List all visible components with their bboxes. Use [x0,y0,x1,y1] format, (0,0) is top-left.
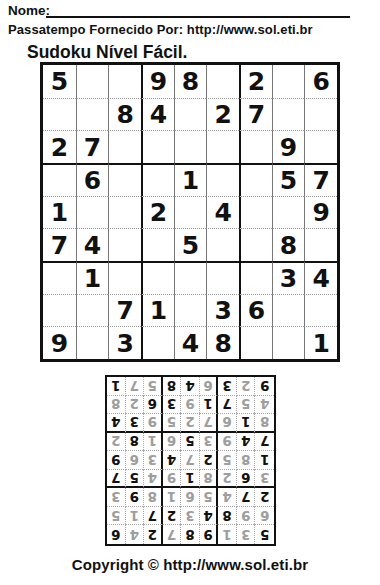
solution-cell-r7c3: 6 [218,414,237,433]
sudoku-solution-grid: 5319872466984327152745618933628194571852… [105,375,276,546]
solution-cell-r1c3: 1 [218,525,237,544]
solution-cell-r3c5: 6 [181,488,200,507]
puzzle-cell-r7c7[interactable] [239,261,272,294]
solution-cell-r1c2: 3 [237,525,256,544]
puzzle-cell-r3c8[interactable]: 9 [272,130,305,163]
puzzle-cell-r2c2[interactable] [76,98,109,131]
solution-cell-r8c8: 2 [126,396,145,415]
sudoku-puzzle-grid: 598268427279615712497458134713693481 [40,62,340,362]
solution-cell-r5c8: 6 [126,451,145,470]
puzzle-cell-r7c6[interactable] [206,261,239,294]
solution-cell-r6c6: 6 [163,433,182,452]
puzzle-cell-r2c4[interactable]: 4 [141,98,174,131]
solution-cell-r8c9: 8 [107,396,126,415]
solution-cell-r1c4: 9 [200,525,219,544]
puzzle-cell-r5c2[interactable] [76,196,109,229]
puzzle-cell-r4c1[interactable] [43,163,76,196]
puzzle-cell-r5c6[interactable]: 4 [206,196,239,229]
puzzle-cell-r6c9[interactable] [304,228,337,261]
puzzle-cell-r6c3[interactable] [108,228,141,261]
provider-line: Passatempo Fornecido Por: http://www.sol… [8,22,313,37]
solution-cell-r3c2: 7 [237,488,256,507]
solution-cell-r7c5: 2 [181,414,200,433]
solution-cell-r1c9: 6 [107,525,126,544]
solution-cell-r1c5: 8 [181,525,200,544]
solution-cell-r9c5: 4 [181,377,200,396]
solution-cell-r5c2: 8 [237,451,256,470]
name-fill-line[interactable] [46,0,350,18]
solution-cell-r5c6: 4 [163,451,182,470]
puzzle-cell-r4c5[interactable]: 1 [174,163,207,196]
puzzle-cell-r2c5[interactable] [174,98,207,131]
puzzle-cell-r3c1[interactable]: 2 [43,130,76,163]
puzzle-cell-r7c4[interactable] [141,261,174,294]
solution-cell-r6c1: 7 [255,433,274,452]
solution-cell-r2c5: 3 [181,507,200,526]
puzzle-cell-r6c1[interactable]: 7 [43,228,76,261]
solution-cell-r3c9: 3 [107,488,126,507]
puzzle-cell-r6c2[interactable]: 4 [76,228,109,261]
puzzle-cell-r5c4[interactable]: 2 [141,196,174,229]
solution-cell-r4c3: 2 [218,470,237,489]
puzzle-cell-r1c8[interactable] [272,65,305,98]
solution-cell-r2c8: 1 [126,507,145,526]
solution-cell-r8c3: 7 [218,396,237,415]
solution-cell-r5c5: 7 [181,451,200,470]
puzzle-cell-r8c9[interactable] [304,294,337,327]
solution-cell-r5c9: 9 [107,451,126,470]
puzzle-cell-r3c3[interactable] [108,130,141,163]
puzzle-cell-r6c7[interactable] [239,228,272,261]
solution-cell-r7c8: 3 [126,414,145,433]
puzzle-cell-r3c7[interactable] [239,130,272,163]
solution-cell-r4c5: 1 [181,470,200,489]
puzzle-cell-r9c4[interactable] [141,326,174,359]
solution-cell-r5c1: 1 [255,451,274,470]
puzzle-cell-r9c8[interactable] [272,326,305,359]
puzzle-cell-r3c2[interactable]: 7 [76,130,109,163]
solution-cell-r4c1: 3 [255,470,274,489]
puzzle-cell-r5c9[interactable]: 9 [304,196,337,229]
solution-cell-r1c6: 7 [163,525,182,544]
solution-cell-r9c4: 6 [200,377,219,396]
solution-cell-r8c2: 5 [237,396,256,415]
puzzle-cell-r2c6[interactable]: 2 [206,98,239,131]
puzzle-cell-r8c3[interactable]: 7 [108,294,141,327]
puzzle-cell-r7c8[interactable]: 3 [272,261,305,294]
puzzle-cell-r5c8[interactable] [272,196,305,229]
puzzle-cell-r8c1[interactable] [43,294,76,327]
solution-cell-r6c3: 9 [218,433,237,452]
solution-cell-r6c8: 8 [126,433,145,452]
solution-cell-r4c4: 8 [200,470,219,489]
puzzle-cell-r7c9[interactable]: 4 [304,261,337,294]
puzzle-cell-r7c5[interactable] [174,261,207,294]
puzzle-cell-r2c9[interactable] [304,98,337,131]
solution-cell-r7c1: 8 [255,414,274,433]
puzzle-cell-r9c3[interactable]: 3 [108,326,141,359]
puzzle-cell-r4c3[interactable] [108,163,141,196]
puzzle-cell-r4c8[interactable]: 5 [272,163,305,196]
puzzle-cell-r4c2[interactable]: 6 [76,163,109,196]
solution-cell-r6c9: 2 [107,433,126,452]
solution-cell-r8c1: 4 [255,396,274,415]
solution-cell-r4c6: 9 [163,470,182,489]
solution-cell-r3c8: 9 [126,488,145,507]
solution-cell-r8c7: 6 [144,396,163,415]
puzzle-cell-r8c7[interactable]: 6 [239,294,272,327]
puzzle-cell-r5c1[interactable]: 1 [43,196,76,229]
puzzle-cell-r9c6[interactable]: 8 [206,326,239,359]
puzzle-cell-r8c5[interactable] [174,294,207,327]
solution-cell-r4c7: 4 [144,470,163,489]
solution-cell-r2c7: 7 [144,507,163,526]
solution-cell-r9c1: 9 [255,377,274,396]
solution-cell-r6c5: 5 [181,433,200,452]
solution-cell-r4c9: 7 [107,470,126,489]
puzzle-cell-r1c5[interactable]: 8 [174,65,207,98]
puzzle-cell-r7c3[interactable] [108,261,141,294]
solution-cell-r4c2: 6 [237,470,256,489]
puzzle-cell-r1c4[interactable]: 9 [141,65,174,98]
solution-cell-r1c7: 2 [144,525,163,544]
solution-cell-r3c4: 5 [200,488,219,507]
puzzle-cell-r9c5[interactable]: 4 [174,326,207,359]
puzzle-cell-r1c9[interactable]: 6 [304,65,337,98]
solution-cell-r2c9: 5 [107,507,126,526]
solution-cell-r9c6: 8 [163,377,182,396]
solution-cell-r3c3: 4 [218,488,237,507]
puzzle-cell-r8c6[interactable]: 3 [206,294,239,327]
puzzle-cell-r6c5[interactable]: 5 [174,228,207,261]
solution-cell-r2c3: 8 [218,507,237,526]
solution-cell-r7c7: 9 [144,414,163,433]
copyright-text: Copyright © http://www.sol.eti.br [0,556,380,573]
puzzle-cell-r3c4[interactable] [141,130,174,163]
puzzle-cell-r2c8[interactable] [272,98,305,131]
solution-cell-r7c6: 5 [163,414,182,433]
puzzle-cell-r8c4[interactable]: 1 [141,294,174,327]
page-title: Sudoku Nível Fácil. [27,42,187,63]
solution-cell-r9c3: 3 [218,377,237,396]
solution-cell-r9c8: 7 [126,377,145,396]
puzzle-cell-r1c3[interactable] [108,65,141,98]
puzzle-cell-r3c5[interactable] [174,130,207,163]
puzzle-cell-r7c1[interactable] [43,261,76,294]
puzzle-cell-r1c6[interactable] [206,65,239,98]
puzzle-cell-r5c7[interactable] [239,196,272,229]
solution-cell-r5c4: 2 [200,451,219,470]
solution-cell-r9c2: 2 [237,377,256,396]
puzzle-cell-r9c7[interactable] [239,326,272,359]
puzzle-cell-r2c3[interactable]: 8 [108,98,141,131]
solution-cell-r1c8: 4 [126,525,145,544]
solution-cell-r5c3: 5 [218,451,237,470]
puzzle-cell-r9c2[interactable] [76,326,109,359]
puzzle-cell-r9c1[interactable]: 9 [43,326,76,359]
solution-cell-r3c7: 8 [144,488,163,507]
solution-cell-r4c8: 5 [126,470,145,489]
puzzle-cell-r6c4[interactable] [141,228,174,261]
solution-cell-r3c1: 2 [255,488,274,507]
puzzle-cell-r9c9[interactable]: 1 [304,326,337,359]
puzzle-cell-r1c7[interactable]: 2 [239,65,272,98]
worksheet-page: Nome: Passatempo Fornecido Por: http://w… [0,0,380,585]
puzzle-cell-r4c7[interactable] [239,163,272,196]
solution-cell-r2c2: 9 [237,507,256,526]
solution-cell-r3c6: 1 [163,488,182,507]
puzzle-cell-r6c8[interactable]: 8 [272,228,305,261]
puzzle-cell-r4c6[interactable] [206,163,239,196]
solution-cell-r7c4: 7 [200,414,219,433]
puzzle-cell-r3c6[interactable] [206,130,239,163]
solution-cell-r8c4: 1 [200,396,219,415]
solution-cell-r7c2: 1 [237,414,256,433]
solution-cell-r1c1: 5 [255,525,274,544]
puzzle-cell-r2c7[interactable]: 7 [239,98,272,131]
puzzle-cell-r6c6[interactable] [206,228,239,261]
puzzle-cell-r8c2[interactable] [76,294,109,327]
solution-cell-r5c7: 3 [144,451,163,470]
solution-cell-r9c9: 1 [107,377,126,396]
puzzle-cell-r7c2[interactable]: 1 [76,261,109,294]
solution-cell-r6c7: 1 [144,433,163,452]
puzzle-cell-r8c8[interactable] [272,294,305,327]
solution-cell-r2c6: 2 [163,507,182,526]
solution-cell-r7c9: 4 [107,414,126,433]
solution-cell-r6c2: 4 [237,433,256,452]
puzzle-cell-r5c5[interactable] [174,196,207,229]
puzzle-cell-r2c1[interactable] [43,98,76,131]
solution-cell-r8c5: 9 [181,396,200,415]
puzzle-cell-r4c9[interactable]: 7 [304,163,337,196]
puzzle-cell-r3c9[interactable] [304,130,337,163]
solution-cell-r9c7: 5 [144,377,163,396]
solution-cell-r2c1: 6 [255,507,274,526]
puzzle-cell-r1c2[interactable] [76,65,109,98]
name-label: Nome: [8,3,50,18]
puzzle-cell-r5c3[interactable] [108,196,141,229]
solution-cell-r6c4: 3 [200,433,219,452]
solution-cell-r2c4: 4 [200,507,219,526]
puzzle-cell-r1c1[interactable]: 5 [43,65,76,98]
puzzle-cell-r4c4[interactable] [141,163,174,196]
solution-cell-r8c6: 3 [163,396,182,415]
